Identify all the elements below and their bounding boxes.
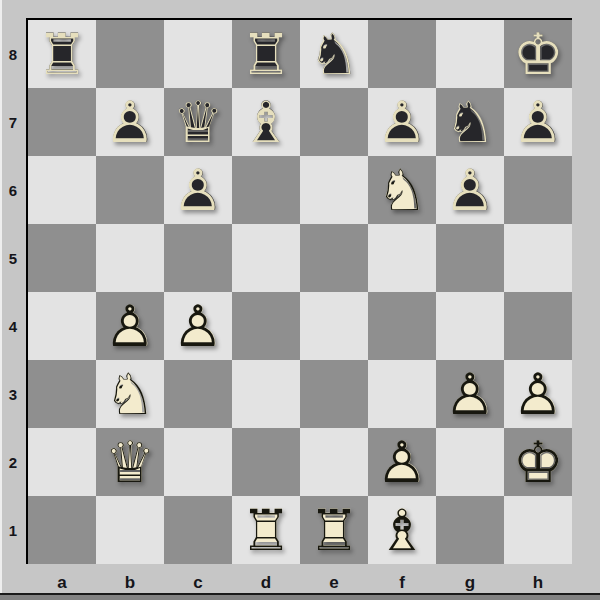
king-glyph-outline: ♔ — [504, 430, 572, 494]
pawn-glyph-outline: ♙ — [164, 158, 232, 222]
chess-diagram-window: 87654321 ♜♖♜♖♞♘♚♔♟♙♛♕♝♗♟♙♞♘♟♙♟♙♞♘♟♙♟♙♟♙♞… — [0, 0, 600, 600]
piece-black-queen[interactable]: ♛♕ — [164, 88, 232, 156]
piece-white-bishop[interactable]: ♝♗ — [368, 496, 436, 564]
file-label-h: h — [504, 573, 572, 593]
square-f8[interactable] — [368, 20, 436, 88]
square-e8[interactable]: ♞♘ — [300, 20, 368, 88]
piece-white-queen[interactable]: ♛♕ — [96, 428, 164, 496]
square-f5[interactable] — [368, 224, 436, 292]
piece-white-rook[interactable]: ♜♖ — [232, 496, 300, 564]
square-a7[interactable] — [28, 88, 96, 156]
square-f6[interactable]: ♞♘ — [368, 156, 436, 224]
rank-label-7: 7 — [0, 88, 26, 156]
piece-white-knight[interactable]: ♞♘ — [368, 156, 436, 224]
knight-glyph-outline: ♘ — [96, 362, 164, 426]
square-d5[interactable] — [232, 224, 300, 292]
square-f7[interactable]: ♟♙ — [368, 88, 436, 156]
piece-white-pawn[interactable]: ♟♙ — [368, 428, 436, 496]
rank-label-4: 4 — [0, 292, 26, 360]
piece-white-pawn[interactable]: ♟♙ — [96, 292, 164, 360]
rank-label-5: 5 — [0, 224, 26, 292]
pawn-glyph-outline: ♙ — [504, 362, 572, 426]
square-g1[interactable] — [436, 496, 504, 564]
square-c7[interactable]: ♛♕ — [164, 88, 232, 156]
square-c3[interactable] — [164, 360, 232, 428]
rank-label-6: 6 — [0, 156, 26, 224]
file-labels: abcdefgh — [28, 573, 572, 593]
square-a3[interactable] — [28, 360, 96, 428]
pawn-glyph-outline: ♙ — [368, 430, 436, 494]
square-f4[interactable] — [368, 292, 436, 360]
square-d6[interactable] — [232, 156, 300, 224]
pawn-glyph-outline: ♙ — [436, 158, 504, 222]
square-d7[interactable]: ♝♗ — [232, 88, 300, 156]
file-label-e: e — [300, 573, 368, 593]
square-b7[interactable]: ♟♙ — [96, 88, 164, 156]
pawn-glyph-outline: ♙ — [96, 90, 164, 154]
square-d3[interactable] — [232, 360, 300, 428]
square-g3[interactable]: ♟♙ — [436, 360, 504, 428]
pawn-glyph-outline: ♙ — [96, 294, 164, 358]
square-c2[interactable] — [164, 428, 232, 496]
piece-black-pawn[interactable]: ♟♙ — [368, 88, 436, 156]
square-b5[interactable] — [96, 224, 164, 292]
file-label-a: a — [28, 573, 96, 593]
piece-black-rook[interactable]: ♜♖ — [232, 20, 300, 88]
square-e3[interactable] — [300, 360, 368, 428]
file-label-b: b — [96, 573, 164, 593]
square-b4[interactable]: ♟♙ — [96, 292, 164, 360]
piece-white-pawn[interactable]: ♟♙ — [504, 360, 572, 428]
square-h1[interactable] — [504, 496, 572, 564]
square-h2[interactable]: ♚♔ — [504, 428, 572, 496]
square-g8[interactable] — [436, 20, 504, 88]
square-g2[interactable] — [436, 428, 504, 496]
pawn-glyph-outline: ♙ — [436, 362, 504, 426]
square-a8[interactable]: ♜♖ — [28, 20, 96, 88]
square-c4[interactable]: ♟♙ — [164, 292, 232, 360]
square-h7[interactable]: ♟♙ — [504, 88, 572, 156]
file-label-g: g — [436, 573, 504, 593]
knight-glyph-outline: ♘ — [300, 22, 368, 86]
piece-black-pawn[interactable]: ♟♙ — [164, 156, 232, 224]
square-c5[interactable] — [164, 224, 232, 292]
square-d4[interactable] — [232, 292, 300, 360]
square-a4[interactable] — [28, 292, 96, 360]
piece-black-pawn[interactable]: ♟♙ — [436, 156, 504, 224]
square-e1[interactable]: ♜♖ — [300, 496, 368, 564]
square-e4[interactable] — [300, 292, 368, 360]
rank-label-3: 3 — [0, 360, 26, 428]
rank-label-8: 8 — [0, 20, 26, 88]
bishop-glyph-outline: ♗ — [232, 90, 300, 154]
square-d8[interactable]: ♜♖ — [232, 20, 300, 88]
square-b6[interactable] — [96, 156, 164, 224]
pawn-glyph-outline: ♙ — [368, 90, 436, 154]
knight-glyph-outline: ♘ — [368, 158, 436, 222]
rook-glyph-outline: ♖ — [232, 22, 300, 86]
square-h3[interactable]: ♟♙ — [504, 360, 572, 428]
rank-label-2: 2 — [0, 428, 26, 496]
king-glyph-outline: ♔ — [504, 22, 572, 86]
piece-white-king[interactable]: ♚♔ — [504, 428, 572, 496]
piece-white-knight[interactable]: ♞♘ — [96, 360, 164, 428]
square-h6[interactable] — [504, 156, 572, 224]
rook-glyph-outline: ♖ — [300, 498, 368, 562]
pawn-glyph-outline: ♙ — [504, 90, 572, 154]
square-g6[interactable]: ♟♙ — [436, 156, 504, 224]
square-h8[interactable]: ♚♔ — [504, 20, 572, 88]
square-b3[interactable]: ♞♘ — [96, 360, 164, 428]
queen-glyph-outline: ♕ — [164, 90, 232, 154]
chess-board: ♜♖♜♖♞♘♚♔♟♙♛♕♝♗♟♙♞♘♟♙♟♙♞♘♟♙♟♙♟♙♞♘♟♙♟♙♛♕♟♙… — [26, 18, 572, 564]
piece-black-pawn[interactable]: ♟♙ — [504, 88, 572, 156]
square-b1[interactable] — [96, 496, 164, 564]
square-e5[interactable] — [300, 224, 368, 292]
square-a5[interactable] — [28, 224, 96, 292]
piece-black-knight[interactable]: ♞♘ — [436, 88, 504, 156]
square-d2[interactable] — [232, 428, 300, 496]
square-a1[interactable] — [28, 496, 96, 564]
square-f3[interactable] — [368, 360, 436, 428]
square-e7[interactable] — [300, 88, 368, 156]
rank-labels: 87654321 — [0, 20, 26, 564]
rook-glyph-outline: ♖ — [28, 22, 96, 86]
square-f2[interactable]: ♟♙ — [368, 428, 436, 496]
square-a6[interactable] — [28, 156, 96, 224]
square-f1[interactable]: ♝♗ — [368, 496, 436, 564]
square-a2[interactable] — [28, 428, 96, 496]
square-h5[interactable] — [504, 224, 572, 292]
square-g7[interactable]: ♞♘ — [436, 88, 504, 156]
pawn-glyph-outline: ♙ — [164, 294, 232, 358]
queen-glyph-outline: ♕ — [96, 430, 164, 494]
square-d1[interactable]: ♜♖ — [232, 496, 300, 564]
square-b2[interactable]: ♛♕ — [96, 428, 164, 496]
bishop-glyph-outline: ♗ — [368, 498, 436, 562]
square-c8[interactable] — [164, 20, 232, 88]
square-b8[interactable] — [96, 20, 164, 88]
rook-glyph-outline: ♖ — [232, 498, 300, 562]
knight-glyph-outline: ♘ — [436, 90, 504, 154]
piece-black-knight[interactable]: ♞♘ — [300, 20, 368, 88]
square-g5[interactable] — [436, 224, 504, 292]
file-label-f: f — [368, 573, 436, 593]
window-bottom-edge — [0, 593, 600, 600]
rank-label-1: 1 — [0, 496, 26, 564]
square-c6[interactable]: ♟♙ — [164, 156, 232, 224]
piece-black-pawn[interactable]: ♟♙ — [96, 88, 164, 156]
piece-white-rook[interactable]: ♜♖ — [300, 496, 368, 564]
square-c1[interactable] — [164, 496, 232, 564]
piece-black-king[interactable]: ♚♔ — [504, 20, 572, 88]
piece-white-pawn[interactable]: ♟♙ — [164, 292, 232, 360]
piece-black-bishop[interactable]: ♝♗ — [232, 88, 300, 156]
square-e2[interactable] — [300, 428, 368, 496]
piece-black-rook[interactable]: ♜♖ — [28, 20, 96, 88]
file-label-c: c — [164, 573, 232, 593]
file-label-d: d — [232, 573, 300, 593]
piece-white-pawn[interactable]: ♟♙ — [436, 360, 504, 428]
square-e6[interactable] — [300, 156, 368, 224]
square-g4[interactable] — [436, 292, 504, 360]
square-h4[interactable] — [504, 292, 572, 360]
